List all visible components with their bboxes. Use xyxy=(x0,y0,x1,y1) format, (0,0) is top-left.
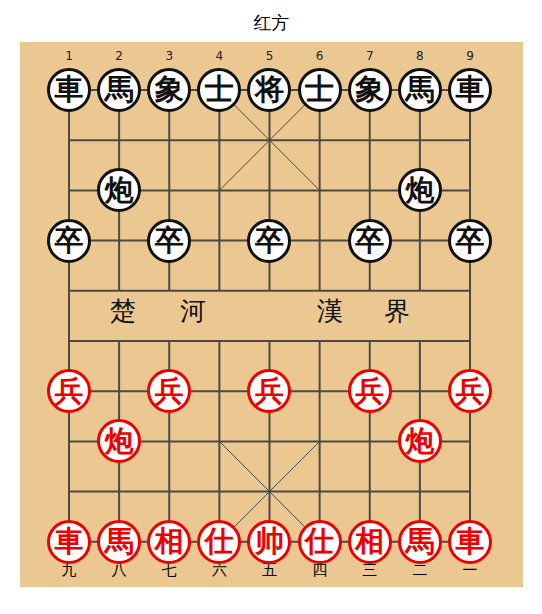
intersection-r4c2 xyxy=(94,215,144,265)
intersection-r5c9 xyxy=(445,266,495,316)
file-number-top-5: 5 xyxy=(255,49,285,63)
intersection-r8c2: 炮 xyxy=(94,416,144,466)
piece-black-general[interactable]: 将 xyxy=(247,68,291,112)
piece-black-rook[interactable]: 車 xyxy=(448,68,492,112)
piece-black-soldier[interactable]: 卒 xyxy=(247,219,291,263)
piece-red-elephant[interactable]: 相 xyxy=(147,520,191,564)
piece-red-soldier[interactable]: 兵 xyxy=(348,369,392,413)
intersection-r10c5: 帅 xyxy=(244,517,294,567)
intersection-r10c2: 馬 xyxy=(94,517,144,567)
intersection-r8c3 xyxy=(144,416,194,466)
intersection-r1c7: 象 xyxy=(345,65,395,115)
intersection-r9c8 xyxy=(395,466,445,516)
intersection-r10c4: 仕 xyxy=(194,517,244,567)
intersection-r1c4: 士 xyxy=(194,65,244,115)
intersection-r10c1: 車 xyxy=(44,517,94,567)
intersection-r2c4 xyxy=(194,115,244,165)
intersection-r7c8 xyxy=(395,366,445,416)
piece-black-soldier[interactable]: 卒 xyxy=(448,219,492,263)
intersection-r8c4 xyxy=(194,416,244,466)
intersection-r3c5 xyxy=(244,165,294,215)
intersection-r5c6 xyxy=(295,266,345,316)
file-number-top-4: 4 xyxy=(204,49,234,63)
intersection-r5c3 xyxy=(144,266,194,316)
intersection-r9c3 xyxy=(144,466,194,516)
intersection-r5c2 xyxy=(94,266,144,316)
intersection-r4c1: 卒 xyxy=(44,215,94,265)
intersection-r1c5: 将 xyxy=(244,65,294,115)
intersection-r2c7 xyxy=(345,115,395,165)
piece-red-rook[interactable]: 車 xyxy=(448,520,492,564)
intersection-r10c9: 車 xyxy=(445,517,495,567)
intersection-r6c3 xyxy=(144,316,194,366)
intersection-r3c3 xyxy=(144,165,194,215)
intersection-r10c8: 馬 xyxy=(395,517,445,567)
intersection-r8c7 xyxy=(345,416,395,466)
piece-red-soldier[interactable]: 兵 xyxy=(147,369,191,413)
intersection-r5c7 xyxy=(345,266,395,316)
piece-layer: 車馬象士将士象馬車炮炮卒卒卒卒卒兵兵兵兵兵炮炮車馬相仕帅仕相馬車 xyxy=(44,65,495,567)
intersection-r7c5: 兵 xyxy=(244,366,294,416)
file-number-top-1: 1 xyxy=(54,49,84,63)
piece-black-cannon[interactable]: 炮 xyxy=(398,168,442,212)
piece-red-advisor[interactable]: 仕 xyxy=(298,520,342,564)
piece-black-elephant[interactable]: 象 xyxy=(348,68,392,112)
intersection-r2c3 xyxy=(144,115,194,165)
intersection-r8c5 xyxy=(244,416,294,466)
intersection-r4c4 xyxy=(194,215,244,265)
intersection-r7c6 xyxy=(295,366,345,416)
piece-black-elephant[interactable]: 象 xyxy=(147,68,191,112)
intersection-r7c3: 兵 xyxy=(144,366,194,416)
file-number-top-2: 2 xyxy=(104,49,134,63)
piece-red-cannon[interactable]: 炮 xyxy=(97,419,141,463)
piece-black-advisor[interactable]: 士 xyxy=(197,68,241,112)
intersection-r4c8 xyxy=(395,215,445,265)
piece-red-horse[interactable]: 馬 xyxy=(97,520,141,564)
intersection-r6c2 xyxy=(94,316,144,366)
intersection-r7c7: 兵 xyxy=(345,366,395,416)
intersection-r8c9 xyxy=(445,416,495,466)
intersection-r10c6: 仕 xyxy=(295,517,345,567)
intersection-r3c8: 炮 xyxy=(395,165,445,215)
file-number-top-8: 8 xyxy=(405,49,435,63)
intersection-r5c5 xyxy=(244,266,294,316)
intersection-r8c8: 炮 xyxy=(395,416,445,466)
intersection-r6c6 xyxy=(295,316,345,366)
piece-black-soldier[interactable]: 卒 xyxy=(147,219,191,263)
piece-black-rook[interactable]: 車 xyxy=(47,68,91,112)
piece-red-horse[interactable]: 馬 xyxy=(398,520,442,564)
file-number-top-9: 9 xyxy=(455,49,485,63)
intersection-r3c2: 炮 xyxy=(94,165,144,215)
intersection-r2c8 xyxy=(395,115,445,165)
intersection-r10c7: 相 xyxy=(345,517,395,567)
piece-red-cannon[interactable]: 炮 xyxy=(398,419,442,463)
file-number-top-7: 7 xyxy=(355,49,385,63)
intersection-r6c8 xyxy=(395,316,445,366)
intersection-r6c5 xyxy=(244,316,294,366)
intersection-r3c6 xyxy=(295,165,345,215)
intersection-r7c2 xyxy=(94,366,144,416)
intersection-r4c7: 卒 xyxy=(345,215,395,265)
intersection-r6c7 xyxy=(345,316,395,366)
intersection-r8c1 xyxy=(44,416,94,466)
intersection-r3c1 xyxy=(44,165,94,215)
intersection-r7c4 xyxy=(194,366,244,416)
intersection-r3c7 xyxy=(345,165,395,215)
intersection-r1c3: 象 xyxy=(144,65,194,115)
intersection-r7c9: 兵 xyxy=(445,366,495,416)
page-title: 红方 xyxy=(20,11,523,35)
intersection-r7c1: 兵 xyxy=(44,366,94,416)
piece-red-soldier[interactable]: 兵 xyxy=(247,369,291,413)
intersection-r5c8 xyxy=(395,266,445,316)
piece-red-rook[interactable]: 車 xyxy=(47,520,91,564)
piece-black-horse[interactable]: 馬 xyxy=(97,68,141,112)
piece-black-cannon[interactable]: 炮 xyxy=(97,168,141,212)
intersection-r10c3: 相 xyxy=(144,517,194,567)
intersection-r1c6: 士 xyxy=(295,65,345,115)
file-number-top-6: 6 xyxy=(305,49,335,63)
intersection-r9c1 xyxy=(44,466,94,516)
intersection-r5c1 xyxy=(44,266,94,316)
intersection-r4c5: 卒 xyxy=(244,215,294,265)
intersection-r2c5 xyxy=(244,115,294,165)
intersection-r2c9 xyxy=(445,115,495,165)
intersection-r2c1 xyxy=(44,115,94,165)
intersection-r6c4 xyxy=(194,316,244,366)
piece-black-soldier[interactable]: 卒 xyxy=(348,219,392,263)
file-number-top-3: 3 xyxy=(154,49,184,63)
intersection-r4c6 xyxy=(295,215,345,265)
piece-red-soldier[interactable]: 兵 xyxy=(47,369,91,413)
intersection-r4c3: 卒 xyxy=(144,215,194,265)
piece-red-elephant[interactable]: 相 xyxy=(348,520,392,564)
intersection-r9c6 xyxy=(295,466,345,516)
intersection-r2c6 xyxy=(295,115,345,165)
intersection-r4c9: 卒 xyxy=(445,215,495,265)
xiangqi-board: 123456789 九八七六五四三二一 楚 河 漢 界 車馬象士将士象馬車炮炮卒… xyxy=(20,42,523,587)
piece-red-soldier[interactable]: 兵 xyxy=(448,369,492,413)
intersection-r3c4 xyxy=(194,165,244,215)
intersection-r3c9 xyxy=(445,165,495,215)
intersection-r9c9 xyxy=(445,466,495,516)
piece-red-general[interactable]: 帅 xyxy=(247,520,291,564)
intersection-r1c9: 車 xyxy=(445,65,495,115)
intersection-r9c7 xyxy=(345,466,395,516)
piece-black-soldier[interactable]: 卒 xyxy=(47,219,91,263)
intersection-r6c1 xyxy=(44,316,94,366)
intersection-r8c6 xyxy=(295,416,345,466)
intersection-r1c2: 馬 xyxy=(94,65,144,115)
intersection-r6c9 xyxy=(445,316,495,366)
piece-black-advisor[interactable]: 士 xyxy=(298,68,342,112)
intersection-r9c5 xyxy=(244,466,294,516)
piece-black-horse[interactable]: 馬 xyxy=(398,68,442,112)
intersection-r1c8: 馬 xyxy=(395,65,445,115)
intersection-r1c1: 車 xyxy=(44,65,94,115)
intersection-r9c2 xyxy=(94,466,144,516)
intersection-r5c4 xyxy=(194,266,244,316)
piece-red-advisor[interactable]: 仕 xyxy=(197,520,241,564)
intersection-r9c4 xyxy=(194,466,244,516)
intersection-r2c2 xyxy=(94,115,144,165)
